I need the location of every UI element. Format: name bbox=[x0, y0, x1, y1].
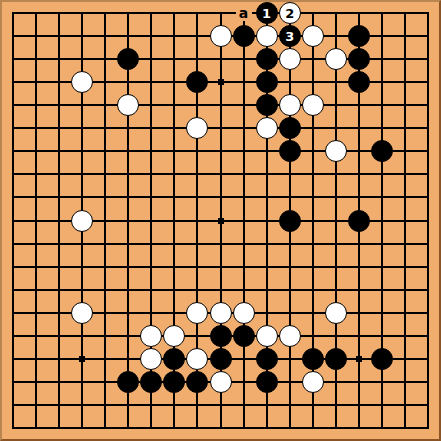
grid-line-horizontal bbox=[12, 289, 429, 291]
grid-line-vertical bbox=[427, 12, 429, 429]
white-stone bbox=[186, 302, 208, 324]
black-stone bbox=[371, 348, 393, 370]
black-stone bbox=[348, 25, 370, 47]
black-stone bbox=[325, 348, 347, 370]
white-stone bbox=[279, 48, 301, 70]
white-stone bbox=[256, 117, 278, 139]
black-stone bbox=[256, 94, 278, 116]
white-stone bbox=[210, 371, 232, 393]
black-stone bbox=[348, 71, 370, 93]
white-stone bbox=[71, 210, 93, 232]
white-stone bbox=[256, 25, 278, 47]
black-stone bbox=[210, 325, 232, 347]
white-stone bbox=[325, 302, 347, 324]
black-stone bbox=[186, 371, 208, 393]
white-stone bbox=[210, 25, 232, 47]
black-stone bbox=[302, 348, 324, 370]
grid-line-vertical bbox=[243, 12, 245, 429]
star-point bbox=[218, 79, 224, 85]
star-point bbox=[79, 356, 85, 362]
white-stone bbox=[233, 302, 255, 324]
grid-line-vertical bbox=[404, 12, 406, 429]
black-stone: 3 bbox=[279, 25, 301, 47]
black-stone bbox=[279, 117, 301, 139]
grid-line-horizontal bbox=[12, 266, 429, 268]
black-stone bbox=[256, 71, 278, 93]
black-stone bbox=[256, 48, 278, 70]
white-stone bbox=[325, 48, 347, 70]
black-stone bbox=[186, 71, 208, 93]
grid-line-horizontal bbox=[12, 427, 429, 429]
go-board: 123a bbox=[0, 0, 441, 441]
white-stone bbox=[163, 325, 185, 347]
white-stone bbox=[325, 140, 347, 162]
move-number-1: 1 bbox=[262, 7, 271, 20]
white-stone bbox=[210, 302, 232, 324]
white-stone bbox=[140, 348, 162, 370]
white-stone bbox=[186, 348, 208, 370]
move-number-2: 2 bbox=[285, 7, 294, 20]
black-stone bbox=[233, 25, 255, 47]
white-stone bbox=[302, 371, 324, 393]
star-point bbox=[356, 356, 362, 362]
move-number-3: 3 bbox=[285, 30, 294, 43]
white-stone: 2 bbox=[279, 2, 301, 24]
grid-line-horizontal bbox=[12, 243, 429, 245]
black-stone bbox=[256, 348, 278, 370]
black-stone bbox=[117, 371, 139, 393]
point-label: a bbox=[236, 4, 252, 21]
black-stone bbox=[163, 348, 185, 370]
black-stone bbox=[279, 140, 301, 162]
black-stone: 1 bbox=[256, 2, 278, 24]
black-stone bbox=[256, 371, 278, 393]
white-stone bbox=[117, 94, 139, 116]
white-stone bbox=[302, 94, 324, 116]
black-stone bbox=[348, 210, 370, 232]
black-stone bbox=[348, 48, 370, 70]
white-stone bbox=[279, 325, 301, 347]
black-stone bbox=[279, 210, 301, 232]
black-stone bbox=[210, 348, 232, 370]
white-stone bbox=[71, 71, 93, 93]
white-stone bbox=[302, 25, 324, 47]
star-point bbox=[218, 218, 224, 224]
white-stone bbox=[71, 302, 93, 324]
black-stone bbox=[117, 48, 139, 70]
white-stone bbox=[186, 117, 208, 139]
white-stone bbox=[140, 325, 162, 347]
black-stone bbox=[140, 371, 162, 393]
white-stone bbox=[256, 325, 278, 347]
white-stone bbox=[279, 94, 301, 116]
black-stone bbox=[371, 140, 393, 162]
grid-line-horizontal bbox=[12, 404, 429, 406]
black-stone bbox=[233, 325, 255, 347]
black-stone bbox=[163, 371, 185, 393]
